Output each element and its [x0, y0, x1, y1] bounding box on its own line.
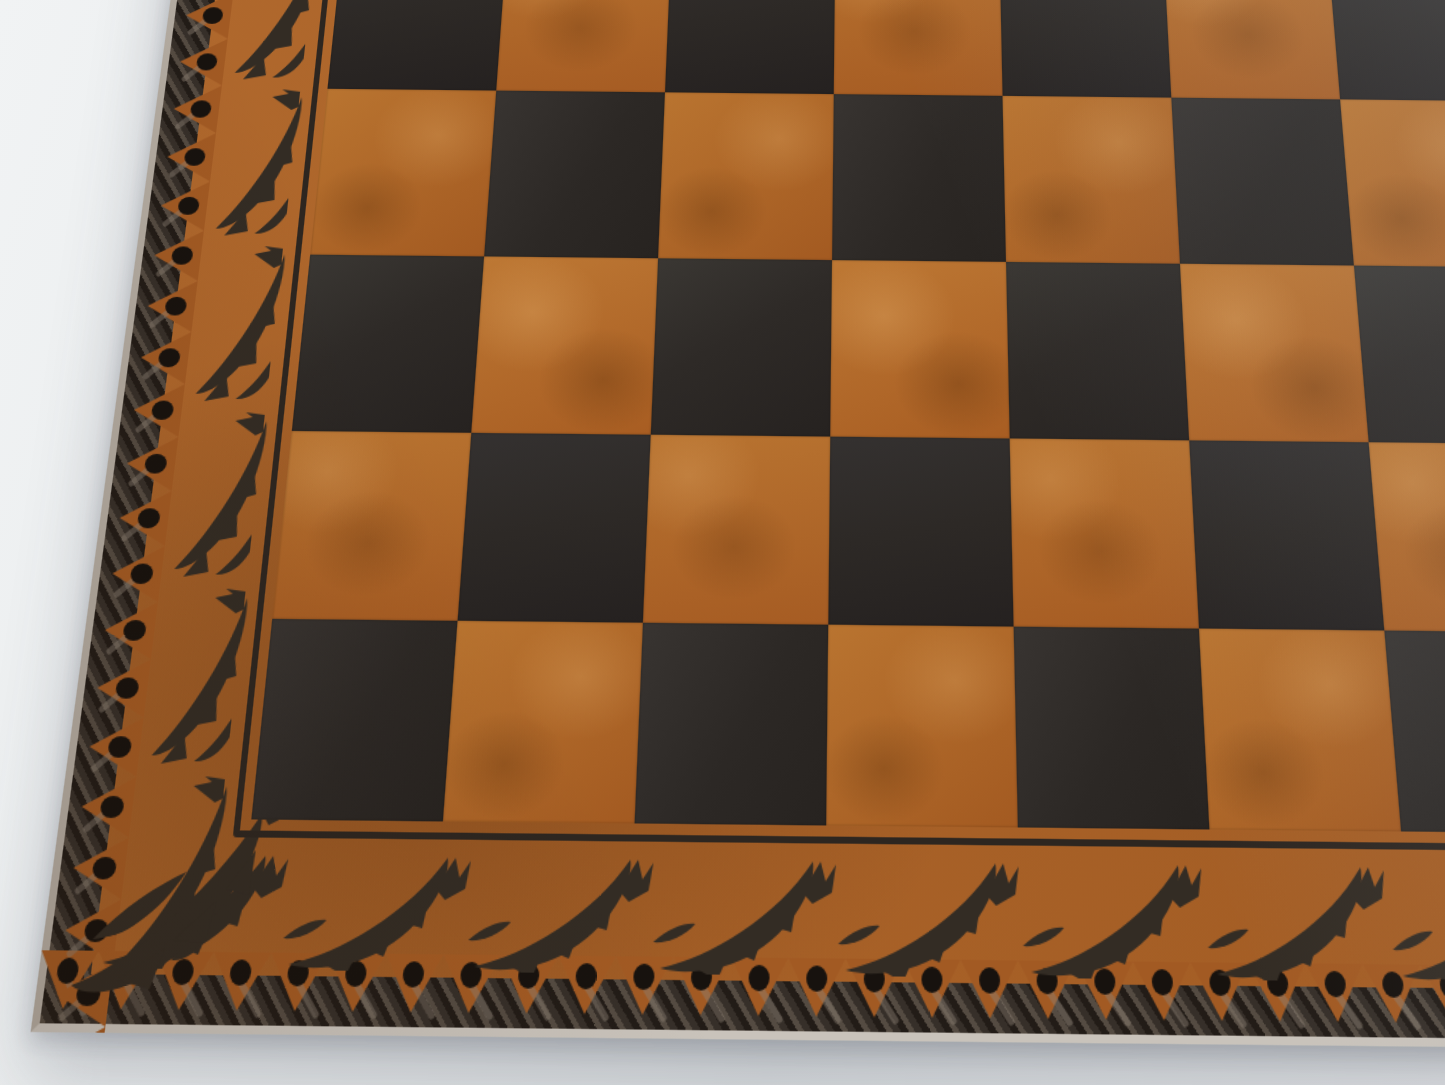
- chess-grid: [251, 0, 1445, 836]
- square-e5: [999, 0, 1171, 98]
- square-b3: [471, 256, 658, 434]
- square-f4: [1171, 98, 1354, 266]
- square-b5: [496, 0, 671, 92]
- square-a2: [272, 431, 471, 621]
- square-b4: [484, 91, 665, 259]
- square-d4: [832, 94, 1006, 262]
- square-g3: [1354, 266, 1445, 445]
- square-a1: [251, 619, 457, 822]
- square-f1: [1199, 629, 1401, 832]
- square-g5: [1327, 0, 1445, 101]
- square-d3: [830, 260, 1009, 438]
- photo-backdrop: [0, 0, 1445, 1085]
- square-f5: [1163, 0, 1340, 99]
- square-c3: [651, 258, 832, 436]
- square-e4: [1003, 96, 1180, 264]
- square-d1: [826, 625, 1018, 828]
- square-c1: [635, 623, 829, 826]
- square-e2: [1010, 438, 1199, 628]
- square-d2: [828, 437, 1013, 627]
- square-a4: [310, 89, 496, 257]
- square-d5: [834, 0, 1003, 96]
- square-b1: [443, 621, 643, 824]
- square-e3: [1006, 262, 1189, 440]
- square-f2: [1189, 440, 1384, 630]
- square-f3: [1180, 264, 1369, 443]
- square-e1: [1014, 627, 1210, 830]
- square-a3: [292, 255, 484, 433]
- square-a5: [327, 0, 507, 91]
- square-c5: [665, 0, 835, 94]
- chessboard: [31, 0, 1445, 1053]
- square-c4: [658, 92, 834, 260]
- square-b2: [458, 433, 651, 623]
- square-c2: [643, 435, 830, 625]
- square-g4: [1340, 99, 1445, 267]
